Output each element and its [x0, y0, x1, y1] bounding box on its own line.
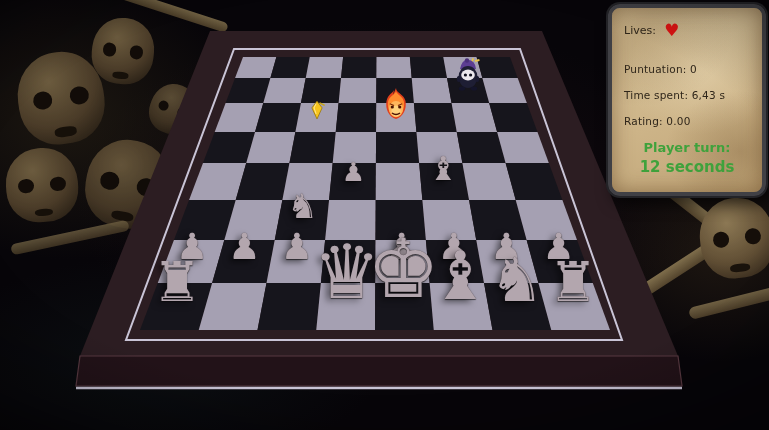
chess-piece-pawn-b2[interactable]: ♟ — [228, 229, 260, 265]
gold-dart-monster-icon[interactable] — [309, 100, 326, 124]
board-front-face — [76, 356, 682, 386]
square-c8[interactable] — [306, 57, 343, 78]
time-spent-value: 6,43 s — [692, 89, 725, 101]
lives-label: Lives: — [624, 24, 656, 37]
chess-piece-bishop-f1[interactable]: ♝ — [430, 243, 490, 310]
hud-panel: Lives: ♥ Puntuation: 0 Time spent: 6,43 … — [608, 4, 766, 196]
chess-piece-bishop-f4[interactable]: ♝ — [428, 152, 458, 185]
square-b7[interactable] — [263, 78, 305, 103]
square-d6[interactable] — [336, 103, 377, 132]
chess-piece-pawn-d4[interactable]: ♟ — [342, 159, 365, 185]
square-g5[interactable] — [457, 132, 506, 163]
square-f6[interactable] — [414, 103, 457, 132]
chess-piece-rook-a1[interactable]: ♜ — [152, 255, 201, 310]
square-e4[interactable] — [376, 163, 423, 200]
chess-piece-pawn-c2[interactable]: ♟ — [281, 229, 313, 265]
game-screen: ♟♝♞♟♟♟♟♟♟♟♜♛♚♝♞♜ — [0, 0, 769, 430]
time-spent-label: Time spent: — [624, 89, 688, 101]
puntuation-label: Puntuation: — [624, 63, 687, 75]
square-f7[interactable] — [412, 78, 452, 103]
chess-piece-rook-h1[interactable]: ♜ — [548, 255, 597, 310]
square-c5[interactable] — [289, 132, 335, 163]
heart-icon: ♥ — [664, 22, 679, 39]
chess-piece-knight-g1[interactable]: ♞ — [489, 249, 544, 310]
square-e8[interactable] — [376, 57, 411, 78]
rating-label: Rating: — [624, 115, 663, 127]
square-b8[interactable] — [270, 57, 309, 78]
square-f8[interactable] — [410, 57, 447, 78]
rating-value: 0.00 — [666, 115, 690, 127]
player-turn-label: Player turn: — [624, 140, 750, 155]
square-c1[interactable] — [258, 283, 321, 330]
chess-piece-king-e1[interactable]: ♚ — [367, 229, 440, 310]
square-g6[interactable] — [452, 103, 498, 132]
square-e5[interactable] — [376, 132, 419, 163]
fireball-monster-icon[interactable] — [381, 88, 411, 128]
player-turn-countdown: 12 seconds — [624, 158, 750, 176]
square-d7[interactable] — [339, 78, 377, 103]
ninja-monster-icon[interactable] — [455, 57, 481, 95]
puntuation-value: 0 — [690, 63, 697, 75]
chess-piece-knight-c3[interactable]: ♞ — [288, 189, 318, 223]
square-d8[interactable] — [341, 57, 376, 78]
